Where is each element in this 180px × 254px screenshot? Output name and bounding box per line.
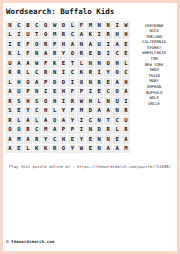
grid-cell[interactable]: N: [86, 126, 94, 135]
grid-cell[interactable]: A: [113, 40, 121, 49]
grid-cell[interactable]: K: [86, 31, 94, 40]
grid-cell[interactable]: H: [15, 78, 23, 87]
grid-cell[interactable]: I: [95, 69, 103, 78]
grid-cell[interactable]: E: [122, 50, 130, 59]
grid-cell[interactable]: R: [24, 126, 32, 135]
grid-cell[interactable]: W: [33, 59, 41, 68]
grid-cell[interactable]: O: [24, 78, 32, 87]
grid-cell[interactable]: M: [122, 145, 130, 154]
grid-cell[interactable]: O: [33, 40, 41, 49]
grid-cell[interactable]: C: [113, 50, 121, 59]
grid-cell[interactable]: Y: [68, 116, 76, 125]
grid-cell[interactable]: M: [51, 31, 59, 40]
grid-cell[interactable]: I: [6, 40, 14, 49]
grid-cell[interactable]: A: [6, 135, 14, 144]
wordsearch-page: Wordsearch: Buffalo Kids NCBCOWOLFMNNIWL…: [0, 0, 180, 254]
grid-cell[interactable]: N: [86, 78, 94, 87]
grid-cell[interactable]: N: [104, 135, 112, 144]
grid-cell[interactable]: A: [33, 78, 41, 87]
grid-cell[interactable]: M: [77, 107, 85, 116]
grid-cell[interactable]: Y: [77, 135, 85, 144]
grid-cell[interactable]: R: [51, 50, 59, 59]
grid-cell[interactable]: K: [42, 145, 50, 154]
grid-cell[interactable]: K: [6, 50, 14, 59]
grid-cell[interactable]: A: [104, 107, 112, 116]
grid-cell[interactable]: R: [6, 97, 14, 106]
grid-cell[interactable]: I: [68, 78, 76, 87]
grid-cell[interactable]: H: [122, 78, 130, 87]
grid-cell[interactable]: A: [24, 135, 32, 144]
grid-cell[interactable]: R: [60, 31, 68, 40]
grid-cell[interactable]: N: [51, 69, 59, 78]
grid-cell[interactable]: C: [15, 21, 23, 30]
grid-cell[interactable]: E: [122, 40, 130, 49]
grid-cell[interactable]: C: [122, 69, 130, 78]
grid-cell[interactable]: Y: [24, 107, 32, 116]
grid-cell[interactable]: A: [6, 88, 14, 97]
wordsearch-grid: NCBCOWOLFMNNIWLIUTOMRCAKIRHHIEFORPHANAUI…: [6, 21, 130, 153]
grid-cell[interactable]: F: [77, 21, 85, 30]
grid-cell[interactable]: H: [113, 31, 121, 40]
grid-cell[interactable]: O: [51, 116, 59, 125]
grid-cell[interactable]: C: [104, 88, 112, 97]
grid-cell[interactable]: A: [104, 145, 112, 154]
grid-cell[interactable]: L: [33, 116, 41, 125]
grid-cell[interactable]: T: [104, 116, 112, 125]
grid-cell[interactable]: O: [60, 145, 68, 154]
grid-cell[interactable]: I: [42, 88, 50, 97]
grid-cell[interactable]: A: [60, 116, 68, 125]
grid-cell[interactable]: T: [33, 31, 41, 40]
grid-cell[interactable]: R: [6, 69, 14, 78]
grid-cell[interactable]: L: [15, 50, 23, 59]
grid-cell[interactable]: H: [113, 59, 121, 68]
grid-cell[interactable]: O: [113, 88, 121, 97]
grid-cell[interactable]: H: [86, 97, 94, 106]
grid-cell[interactable]: L: [51, 107, 59, 116]
grid-cell[interactable]: W: [122, 21, 130, 30]
grid-cell[interactable]: I: [104, 40, 112, 49]
grid-cell[interactable]: D: [95, 126, 103, 135]
grid-cell[interactable]: L: [77, 59, 85, 68]
play-online-url[interactable]: Play this puzzle online at : https://the…: [9, 164, 171, 169]
grid-cell[interactable]: N: [86, 59, 94, 68]
grid-cell[interactable]: I: [77, 116, 85, 125]
grid-cell[interactable]: A: [86, 40, 94, 49]
grid-cell[interactable]: C: [33, 21, 41, 30]
grid-cell[interactable]: H: [51, 97, 59, 106]
grid-cell[interactable]: S: [33, 97, 41, 106]
grid-cell[interactable]: H: [60, 135, 68, 144]
grid-cell[interactable]: E: [68, 135, 76, 144]
grid-cell[interactable]: I: [122, 97, 130, 106]
grid-cell[interactable]: U: [95, 40, 103, 49]
grid-cell[interactable]: L: [6, 78, 14, 87]
grid-cell[interactable]: W: [77, 97, 85, 106]
grid-cell[interactable]: C: [51, 135, 59, 144]
grid-cell[interactable]: A: [24, 59, 32, 68]
grid-cell[interactable]: R: [122, 126, 130, 135]
grid-cell[interactable]: O: [42, 21, 50, 30]
grid-cell[interactable]: U: [6, 59, 14, 68]
grid-cell[interactable]: F: [24, 50, 32, 59]
grid-cell[interactable]: N: [33, 88, 41, 97]
grid-cell[interactable]: K: [51, 59, 59, 68]
grid-cell[interactable]: C: [68, 69, 76, 78]
grid-cell[interactable]: I: [104, 50, 112, 59]
grid-cell[interactable]: M: [86, 21, 94, 30]
word-list: CHEYENNENICKIRELANDCALIFORNIASPARKYWHEEL…: [131, 23, 177, 162]
grid-cell[interactable]: O: [113, 69, 121, 78]
grid-cell[interactable]: I: [113, 21, 121, 30]
grid-cell[interactable]: O: [68, 50, 76, 59]
grid-cell[interactable]: N: [104, 21, 112, 30]
grid-cell[interactable]: I: [77, 126, 85, 135]
grid-cell[interactable]: E: [86, 135, 94, 144]
grid-cell[interactable]: F: [42, 59, 50, 68]
grid-cell[interactable]: N: [33, 50, 41, 59]
grid-cell[interactable]: K: [77, 69, 85, 78]
grid-cell[interactable]: R: [86, 69, 94, 78]
grid-cell[interactable]: U: [15, 88, 23, 97]
grid-cell[interactable]: E: [51, 88, 59, 97]
grid-cell[interactable]: R: [6, 116, 14, 125]
grid-cell[interactable]: L: [113, 126, 121, 135]
grid-cell[interactable]: E: [15, 107, 23, 116]
grid-cell[interactable]: E: [86, 145, 94, 154]
grid-cell[interactable]: A: [42, 50, 50, 59]
grid-cell[interactable]: O: [60, 21, 68, 30]
grid-cell[interactable]: E: [15, 145, 23, 154]
grid-cell[interactable]: Y: [60, 50, 68, 59]
grid-cell[interactable]: P: [77, 88, 85, 97]
grid-cell[interactable]: P: [68, 126, 76, 135]
grid-cell[interactable]: E: [104, 78, 112, 87]
grid-cell[interactable]: A: [68, 40, 76, 49]
grid-cell[interactable]: N: [6, 21, 14, 30]
grid-cell[interactable]: S: [6, 107, 14, 116]
grid-cell[interactable]: L: [95, 97, 103, 106]
grid-cell[interactable]: O: [15, 126, 23, 135]
grid-cell[interactable]: L: [15, 116, 23, 125]
grid-cell[interactable]: F: [24, 40, 32, 49]
grid-cell[interactable]: B: [95, 50, 103, 59]
grid-cell[interactable]: C: [68, 31, 76, 40]
grid-cell[interactable]: P: [24, 88, 32, 97]
grid-cell[interactable]: W: [77, 145, 85, 154]
grid-cell[interactable]: S: [15, 97, 23, 106]
grid-cell[interactable]: A: [95, 107, 103, 116]
grid-cell[interactable]: Y: [42, 135, 50, 144]
grid-cell[interactable]: O: [42, 31, 50, 40]
grid-cell[interactable]: A: [113, 78, 121, 87]
grid-cell[interactable]: I: [95, 31, 103, 40]
grid-cell[interactable]: U: [24, 31, 32, 40]
grid-cell[interactable]: H: [24, 97, 32, 106]
play-online-line: Play this puzzle online at : https://the…: [0, 159, 180, 170]
grid-cell[interactable]: I: [15, 31, 23, 40]
grid-cell[interactable]: O: [104, 59, 112, 68]
grid-cell[interactable]: A: [42, 116, 50, 125]
grid-cell[interactable]: A: [113, 145, 121, 154]
grid-cell[interactable]: I: [60, 97, 68, 106]
grid-cell[interactable]: E: [15, 40, 23, 49]
grid-cell[interactable]: N: [113, 107, 121, 116]
grid-cell[interactable]: R: [51, 145, 59, 154]
grid-cell[interactable]: N: [95, 21, 103, 30]
grid-cell[interactable]: H: [60, 88, 68, 97]
grid-cell[interactable]: R: [68, 97, 76, 106]
grid-cell[interactable]: C: [113, 116, 121, 125]
grid-cell[interactable]: R: [42, 69, 50, 78]
grid-cell[interactable]: L: [24, 69, 32, 78]
grid-cell[interactable]: P: [51, 40, 59, 49]
grid-cell[interactable]: F: [68, 88, 76, 97]
copyright: © thewordsearch.com: [6, 239, 54, 244]
grid-cell[interactable]: P: [42, 78, 50, 87]
grid-cell[interactable]: E: [95, 88, 103, 97]
grid-cell[interactable]: N: [77, 40, 85, 49]
grid-cell[interactable]: Y: [68, 145, 76, 154]
grid-cell[interactable]: R: [95, 78, 103, 87]
grid-cell[interactable]: R: [15, 69, 23, 78]
grid-cell[interactable]: O: [6, 126, 14, 135]
grid-cell[interactable]: C: [33, 126, 41, 135]
grid-cell[interactable]: L: [68, 21, 76, 30]
grid-cell[interactable]: O: [77, 78, 85, 87]
grid-cell[interactable]: H: [42, 107, 50, 116]
grid-cell[interactable]: I: [86, 88, 94, 97]
grid-cell[interactable]: F: [68, 107, 76, 116]
grid-cell[interactable]: R: [42, 40, 50, 49]
grid-cell[interactable]: E: [86, 50, 94, 59]
grid-cell[interactable]: H: [122, 31, 130, 40]
grid-cell[interactable]: N: [95, 59, 103, 68]
grid-cell[interactable]: P: [60, 126, 68, 135]
grid-cell[interactable]: A: [122, 88, 130, 97]
grid-cell[interactable]: I: [60, 69, 68, 78]
grid-cell[interactable]: W: [51, 21, 59, 30]
grid-cell[interactable]: C: [33, 69, 41, 78]
grid-cell[interactable]: C: [86, 116, 94, 125]
word-list-item: UNCLE: [131, 101, 177, 107]
grid-cell[interactable]: A: [15, 59, 23, 68]
grid-cell[interactable]: N: [95, 145, 103, 154]
grid-cell[interactable]: U: [122, 116, 130, 125]
grid-cell[interactable]: R: [33, 135, 41, 144]
grid-cell[interactable]: U: [113, 97, 121, 106]
grid-cell[interactable]: Y: [60, 107, 68, 116]
grid-cell[interactable]: R: [104, 31, 112, 40]
grid-cell[interactable]: M: [42, 126, 50, 135]
grid-cell[interactable]: L: [6, 31, 14, 40]
grid-cell[interactable]: D: [51, 78, 59, 87]
grid-cell[interactable]: D: [86, 107, 94, 116]
grid-cell[interactable]: A: [77, 31, 85, 40]
grid-cell[interactable]: E: [60, 59, 68, 68]
grid-cell[interactable]: R: [122, 107, 130, 116]
grid-cell[interactable]: A: [122, 135, 130, 144]
grid-cell[interactable]: A: [51, 126, 59, 135]
grid-cell[interactable]: A: [24, 116, 32, 125]
grid-cell[interactable]: H: [60, 40, 68, 49]
grid-cell[interactable]: D: [60, 78, 68, 87]
grid-cell[interactable]: L: [122, 59, 130, 68]
grid-cell[interactable]: K: [33, 145, 41, 154]
grid-cell[interactable]: O: [42, 97, 50, 106]
grid-cell[interactable]: T: [68, 59, 76, 68]
grid-cell[interactable]: N: [104, 97, 112, 106]
grid-cell[interactable]: C: [33, 107, 41, 116]
grid-cell[interactable]: B: [24, 21, 32, 30]
grid-cell[interactable]: E: [113, 135, 121, 144]
grid-cell[interactable]: R: [77, 50, 85, 59]
grid-cell[interactable]: M: [15, 135, 23, 144]
grid-cell[interactable]: Y: [104, 69, 112, 78]
grid-cell[interactable]: A: [6, 145, 14, 154]
grid-cell[interactable]: L: [24, 145, 32, 154]
page-title: Wordsearch: Buffalo Kids: [6, 7, 114, 16]
grid-cell[interactable]: N: [95, 116, 103, 125]
grid-cell[interactable]: R: [104, 126, 112, 135]
grid-cell[interactable]: N: [95, 135, 103, 144]
